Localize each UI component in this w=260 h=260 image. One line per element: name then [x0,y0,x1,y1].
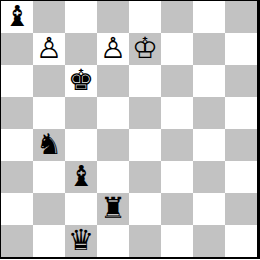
square-c1[interactable]: ♛ [65,225,97,257]
piece-black-queen: ♛ [68,225,94,256]
square-c4[interactable] [65,129,97,161]
square-c2[interactable] [65,193,97,225]
square-d2[interactable]: ♜ [97,193,129,225]
square-c3[interactable]: ♝ [65,161,97,193]
square-c7[interactable] [65,33,97,65]
square-h7[interactable] [225,33,257,65]
square-e4[interactable] [129,129,161,161]
square-b1[interactable] [33,225,65,257]
square-d1[interactable] [97,225,129,257]
square-d4[interactable] [97,129,129,161]
square-h3[interactable] [225,161,257,193]
square-g7[interactable] [193,33,225,65]
square-f7[interactable] [161,33,193,65]
square-b6[interactable] [33,65,65,97]
piece-black-rook: ♜ [100,193,126,224]
square-g5[interactable] [193,97,225,129]
square-f8[interactable] [161,1,193,33]
square-b7[interactable]: ♙ [33,33,65,65]
square-e7[interactable]: ♔ [129,33,161,65]
square-g3[interactable] [193,161,225,193]
square-g6[interactable] [193,65,225,97]
square-e8[interactable] [129,1,161,33]
square-a1[interactable] [1,225,33,257]
square-c5[interactable] [65,97,97,129]
square-f3[interactable] [161,161,193,193]
square-a8[interactable]: ♝ [1,1,33,33]
square-a2[interactable] [1,193,33,225]
square-h4[interactable] [225,129,257,161]
square-d3[interactable] [97,161,129,193]
square-h2[interactable] [225,193,257,225]
piece-black-knight: ♞ [36,129,62,160]
piece-white-pawn: ♙ [100,33,126,64]
piece-white-king: ♔ [132,33,158,64]
square-c8[interactable] [65,1,97,33]
piece-black-bishop: ♝ [68,161,94,192]
square-b2[interactable] [33,193,65,225]
square-e2[interactable] [129,193,161,225]
square-a4[interactable] [1,129,33,161]
square-g2[interactable] [193,193,225,225]
square-d6[interactable] [97,65,129,97]
square-f4[interactable] [161,129,193,161]
square-e3[interactable] [129,161,161,193]
square-f6[interactable] [161,65,193,97]
square-a5[interactable] [1,97,33,129]
square-d7[interactable]: ♙ [97,33,129,65]
square-b5[interactable] [33,97,65,129]
piece-black-bishop: ♝ [4,1,30,32]
square-g8[interactable] [193,1,225,33]
square-e6[interactable] [129,65,161,97]
square-f2[interactable] [161,193,193,225]
square-e5[interactable] [129,97,161,129]
square-e1[interactable] [129,225,161,257]
square-h1[interactable] [225,225,257,257]
square-b3[interactable] [33,161,65,193]
square-h8[interactable] [225,1,257,33]
square-d8[interactable] [97,1,129,33]
square-a6[interactable] [1,65,33,97]
piece-black-king: ♚ [68,65,94,96]
square-b4[interactable]: ♞ [33,129,65,161]
square-c6[interactable]: ♚ [65,65,97,97]
square-b8[interactable] [33,1,65,33]
square-h6[interactable] [225,65,257,97]
chess-board: ♝♙♙♔♚♞♝♜♛ [0,0,260,259]
square-f1[interactable] [161,225,193,257]
square-f5[interactable] [161,97,193,129]
square-d5[interactable] [97,97,129,129]
square-g1[interactable] [193,225,225,257]
square-a3[interactable] [1,161,33,193]
square-h5[interactable] [225,97,257,129]
piece-white-pawn: ♙ [36,33,62,64]
square-a7[interactable] [1,33,33,65]
square-g4[interactable] [193,129,225,161]
